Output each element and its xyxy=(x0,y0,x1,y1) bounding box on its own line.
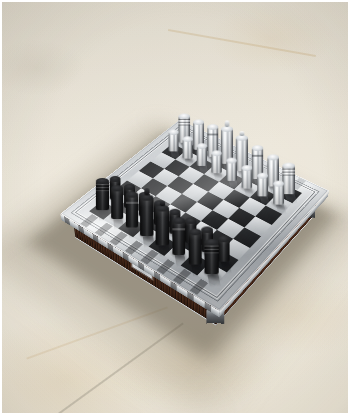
piece-glyph: ♚ xyxy=(140,198,154,237)
piece-finial xyxy=(239,131,244,136)
piece-black-rook: ♜ xyxy=(96,181,109,210)
piece-black-queen: ♛ xyxy=(155,208,169,245)
piece-white-pawn: ♙ xyxy=(257,176,268,197)
piece-finial xyxy=(160,201,165,206)
piece-finial xyxy=(144,188,149,195)
piece-glyph: ♝ xyxy=(172,221,185,256)
piece-black-knight: ♞ xyxy=(188,232,201,265)
piece-white-pawn: ♙ xyxy=(241,168,252,189)
square-d4 xyxy=(197,192,224,211)
piece-glyph: ♙ xyxy=(182,139,192,159)
piece-glyph: ♛ xyxy=(155,208,169,245)
piece-glyph: ♝ xyxy=(125,194,137,227)
piece-black-bishop: ♝ xyxy=(125,194,137,227)
piece-glyph: ♙ xyxy=(168,132,178,151)
piece-glyph: ♙ xyxy=(226,161,237,181)
piece-glyph: ♙ xyxy=(211,153,222,173)
piece-glyph: ♜ xyxy=(96,181,109,210)
piece-black-bishop: ♝ xyxy=(172,221,185,256)
piece-black-knight: ♞ xyxy=(111,188,123,219)
piece-black-king: ♚ xyxy=(140,198,154,237)
piece-white-pawn: ♙ xyxy=(197,146,207,166)
piece-glyph: ♙ xyxy=(241,168,252,189)
piece-glyph: ♞ xyxy=(111,188,123,219)
piece-white-pawn: ♙ xyxy=(273,184,284,205)
piece-white-pawn: ♙ xyxy=(226,161,237,181)
piece-glyph: ♞ xyxy=(188,232,201,265)
piece-glyph: ♟ xyxy=(218,239,230,262)
piece-finial xyxy=(225,121,230,128)
piece-white-pawn: ♙ xyxy=(182,139,192,159)
piece-white-pawn: ♙ xyxy=(211,153,222,173)
piece-white-pawn: ♙ xyxy=(168,132,178,151)
piece-glyph: ♙ xyxy=(273,184,284,205)
piece-black-rook: ♜ xyxy=(204,242,218,274)
chess-set-scene: ♖♘♗♔♕♗♘♖♙♙♙♙♙♙♙♙♟♟♟♟♟♟♟♟♜♞♝♚♛♝♞♜ xyxy=(2,2,348,413)
marble-surface: ♖♘♗♔♕♗♘♖♙♙♙♙♙♙♙♙♟♟♟♟♟♟♟♟♜♞♝♚♛♝♞♜ xyxy=(0,0,350,415)
piece-glyph: ♙ xyxy=(257,176,268,197)
piece-black-pawn: ♟ xyxy=(218,239,230,262)
piece-glyph: ♜ xyxy=(204,242,218,274)
piece-glyph: ♙ xyxy=(197,146,207,166)
